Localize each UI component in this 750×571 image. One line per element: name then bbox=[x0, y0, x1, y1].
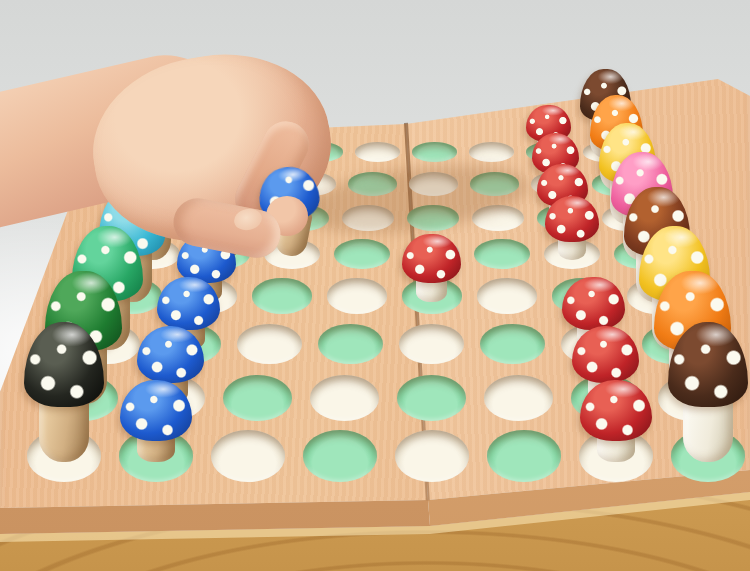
hole-d5[interactable] bbox=[327, 278, 387, 313]
hole-f1[interactable] bbox=[469, 142, 515, 162]
hole-f8[interactable] bbox=[487, 430, 561, 481]
hole-e1[interactable] bbox=[412, 142, 458, 162]
hole-d7[interactable] bbox=[310, 375, 380, 421]
hole-d8[interactable] bbox=[303, 430, 377, 481]
hole-c7[interactable] bbox=[223, 375, 293, 421]
mushroom-game-scene bbox=[0, 0, 750, 571]
hole-c8[interactable] bbox=[211, 430, 285, 481]
hole-d6[interactable] bbox=[318, 324, 383, 364]
hole-f6[interactable] bbox=[480, 324, 545, 364]
hole-e8[interactable] bbox=[395, 430, 469, 481]
hole-c6[interactable] bbox=[237, 324, 302, 364]
hole-e6[interactable] bbox=[399, 324, 464, 364]
hole-c5[interactable] bbox=[252, 278, 312, 313]
hole-f5[interactable] bbox=[477, 278, 537, 313]
hole-d1[interactable] bbox=[355, 142, 401, 162]
hole-f7[interactable] bbox=[484, 375, 554, 421]
hole-e7[interactable] bbox=[397, 375, 467, 421]
hole-d4[interactable] bbox=[334, 239, 390, 270]
hole-f4[interactable] bbox=[474, 239, 530, 270]
piece-red-e5[interactable] bbox=[402, 234, 461, 284]
